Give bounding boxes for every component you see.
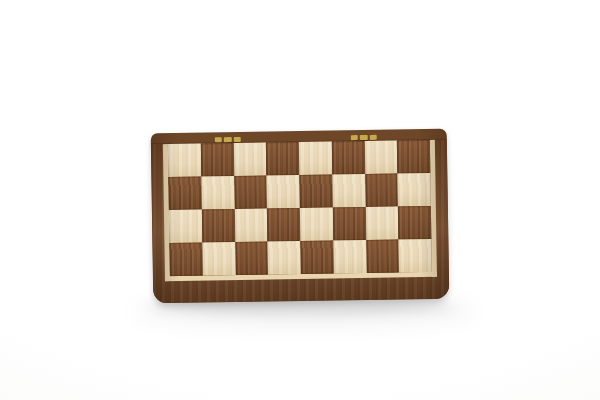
board-square xyxy=(397,140,430,174)
board-square xyxy=(333,240,366,274)
board-square xyxy=(299,141,332,175)
board-square xyxy=(332,174,365,208)
board-square xyxy=(235,242,268,276)
board-square xyxy=(233,143,266,177)
board-square xyxy=(169,210,202,244)
board-square xyxy=(300,240,333,274)
hinge-plate xyxy=(215,137,222,142)
board-field xyxy=(168,140,432,276)
hinge-pin xyxy=(224,137,231,142)
walnut-frame xyxy=(151,140,449,304)
right-hinge-icon xyxy=(351,135,377,140)
board-square xyxy=(202,209,235,243)
board-square xyxy=(201,176,234,210)
left-hinge-icon xyxy=(215,137,241,142)
board-square xyxy=(333,207,366,241)
board-square xyxy=(202,242,235,276)
board-square xyxy=(299,174,332,208)
board-square xyxy=(267,208,300,242)
board-square xyxy=(201,143,234,177)
board-square xyxy=(266,142,299,176)
hinge-pin xyxy=(360,135,367,140)
board-square xyxy=(398,206,431,240)
board-square xyxy=(398,173,431,207)
folded-chess-box xyxy=(151,129,450,304)
board-square xyxy=(366,239,399,273)
board-square xyxy=(169,243,202,277)
board-square xyxy=(168,144,201,178)
board-square xyxy=(267,175,300,209)
board-square xyxy=(234,209,267,243)
board-square xyxy=(364,140,397,174)
board-square xyxy=(332,141,365,175)
hinge-plate xyxy=(233,137,240,142)
board-square xyxy=(365,206,398,240)
board-square xyxy=(365,173,398,207)
maple-inner-border xyxy=(163,140,437,281)
board-square xyxy=(300,207,333,241)
board-square xyxy=(234,176,267,210)
hinge-plate xyxy=(351,135,358,140)
board-square xyxy=(399,239,432,273)
hinge-plate xyxy=(369,135,376,140)
photo-background xyxy=(0,0,600,400)
board-square xyxy=(168,177,201,211)
board-square xyxy=(268,241,301,275)
